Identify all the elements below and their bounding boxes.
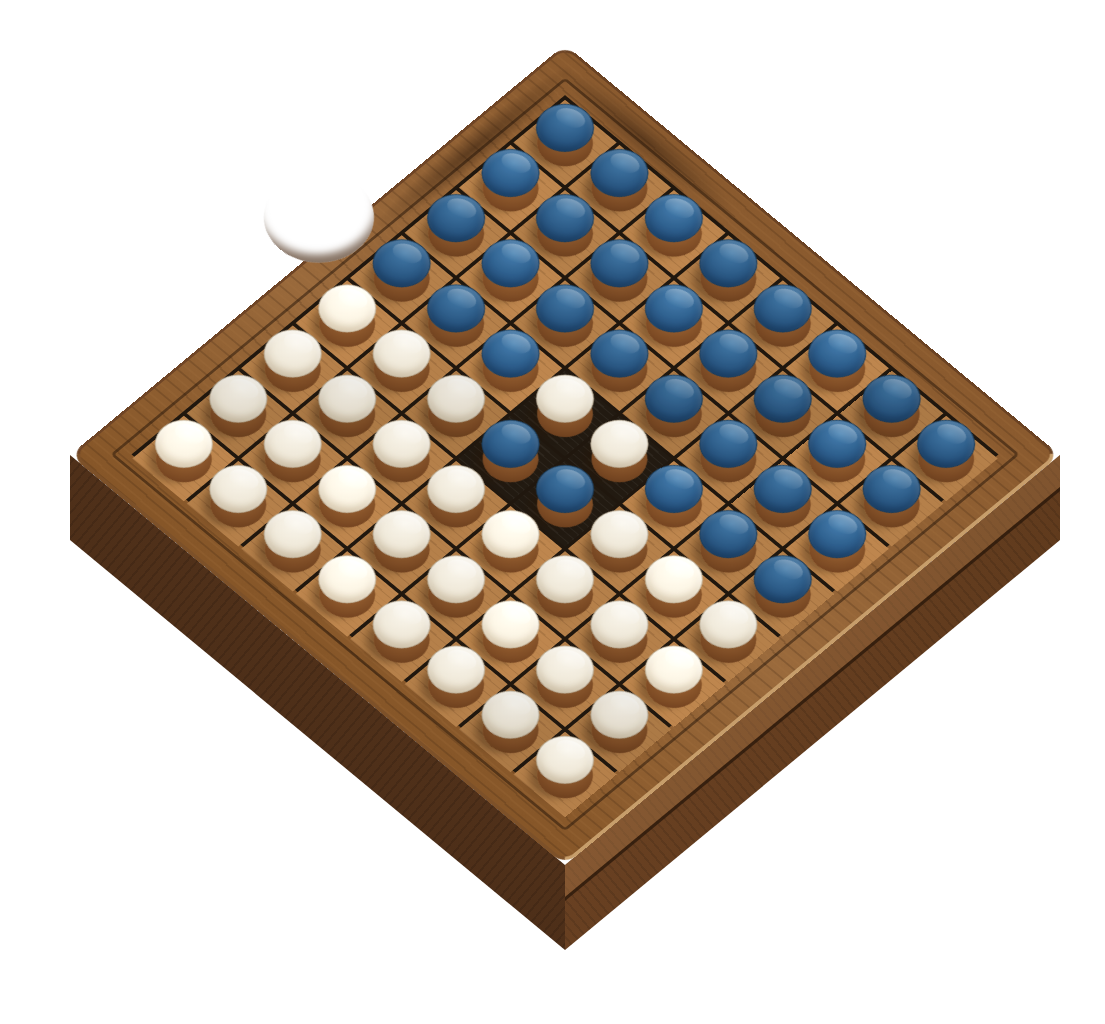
photo-stage [0,0,1105,1024]
peg-top [524,93,606,161]
board-grid [132,95,999,814]
game-board [70,45,1060,866]
